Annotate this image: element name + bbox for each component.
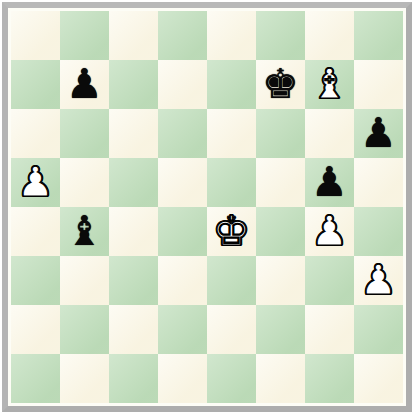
square-c3[interactable] [109,256,158,305]
square-e7[interactable] [207,60,256,109]
square-e1[interactable] [207,354,256,403]
square-f6[interactable] [256,109,305,158]
square-h1[interactable] [354,354,403,403]
square-f1[interactable] [256,354,305,403]
square-a2[interactable] [11,305,60,354]
square-e2[interactable] [207,305,256,354]
square-e3[interactable] [207,256,256,305]
white-bishop[interactable]: ♝ [311,60,348,109]
square-e6[interactable] [207,109,256,158]
square-d3[interactable] [158,256,207,305]
square-g8[interactable] [305,11,354,60]
square-h4[interactable] [354,207,403,256]
square-d4[interactable] [158,207,207,256]
square-f5[interactable] [256,158,305,207]
black-bishop[interactable]: ♝ [66,207,103,256]
square-g2[interactable] [305,305,354,354]
square-c5[interactable] [109,158,158,207]
square-b1[interactable] [60,354,109,403]
square-c2[interactable] [109,305,158,354]
square-a8[interactable] [11,11,60,60]
square-b7[interactable]: ♟ [60,60,109,109]
square-h7[interactable] [354,60,403,109]
black-pawn[interactable]: ♟ [311,158,348,207]
square-a5[interactable]: ♟ [11,158,60,207]
black-king[interactable]: ♚ [262,60,299,109]
square-b2[interactable] [60,305,109,354]
chessboard-frame: ♟♚♝♟♟♟♝♚♟♟ [2,2,412,412]
square-b4[interactable]: ♝ [60,207,109,256]
square-e8[interactable] [207,11,256,60]
square-c8[interactable] [109,11,158,60]
square-f4[interactable] [256,207,305,256]
square-a6[interactable] [11,109,60,158]
square-d8[interactable] [158,11,207,60]
square-a1[interactable] [11,354,60,403]
square-c1[interactable] [109,354,158,403]
white-pawn[interactable]: ♟ [17,158,54,207]
white-pawn[interactable]: ♟ [360,256,397,305]
black-pawn[interactable]: ♟ [66,60,103,109]
square-a3[interactable] [11,256,60,305]
square-f7[interactable]: ♚ [256,60,305,109]
square-d6[interactable] [158,109,207,158]
white-king[interactable]: ♚ [213,207,250,256]
square-g6[interactable] [305,109,354,158]
square-g1[interactable] [305,354,354,403]
square-b8[interactable] [60,11,109,60]
square-c4[interactable] [109,207,158,256]
square-d5[interactable] [158,158,207,207]
black-pawn[interactable]: ♟ [360,109,397,158]
chessboard: ♟♚♝♟♟♟♝♚♟♟ [11,11,403,403]
square-h5[interactable] [354,158,403,207]
square-h3[interactable]: ♟ [354,256,403,305]
square-f2[interactable] [256,305,305,354]
square-e4[interactable]: ♚ [207,207,256,256]
square-g7[interactable]: ♝ [305,60,354,109]
square-d1[interactable] [158,354,207,403]
square-b3[interactable] [60,256,109,305]
square-h6[interactable]: ♟ [354,109,403,158]
square-g3[interactable] [305,256,354,305]
square-c7[interactable] [109,60,158,109]
square-h8[interactable] [354,11,403,60]
square-a4[interactable] [11,207,60,256]
square-f8[interactable] [256,11,305,60]
square-a7[interactable] [11,60,60,109]
square-f3[interactable] [256,256,305,305]
square-e5[interactable] [207,158,256,207]
square-b6[interactable] [60,109,109,158]
square-h2[interactable] [354,305,403,354]
white-pawn[interactable]: ♟ [311,207,348,256]
square-d7[interactable] [158,60,207,109]
square-g5[interactable]: ♟ [305,158,354,207]
square-d2[interactable] [158,305,207,354]
square-g4[interactable]: ♟ [305,207,354,256]
square-c6[interactable] [109,109,158,158]
square-b5[interactable] [60,158,109,207]
